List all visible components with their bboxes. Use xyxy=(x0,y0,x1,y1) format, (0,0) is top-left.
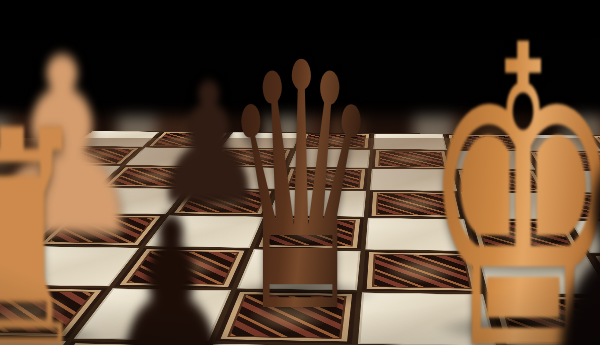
white-rook[interactable]: ♜ xyxy=(0,92,93,345)
black-queen[interactable]: ♛ xyxy=(222,19,381,345)
chess-photo-scene: ♜♟♟♛♚♟♟ xyxy=(0,0,600,345)
black-pawn[interactable]: ♟ xyxy=(528,57,600,345)
black-pawn[interactable]: ♟ xyxy=(105,191,237,345)
